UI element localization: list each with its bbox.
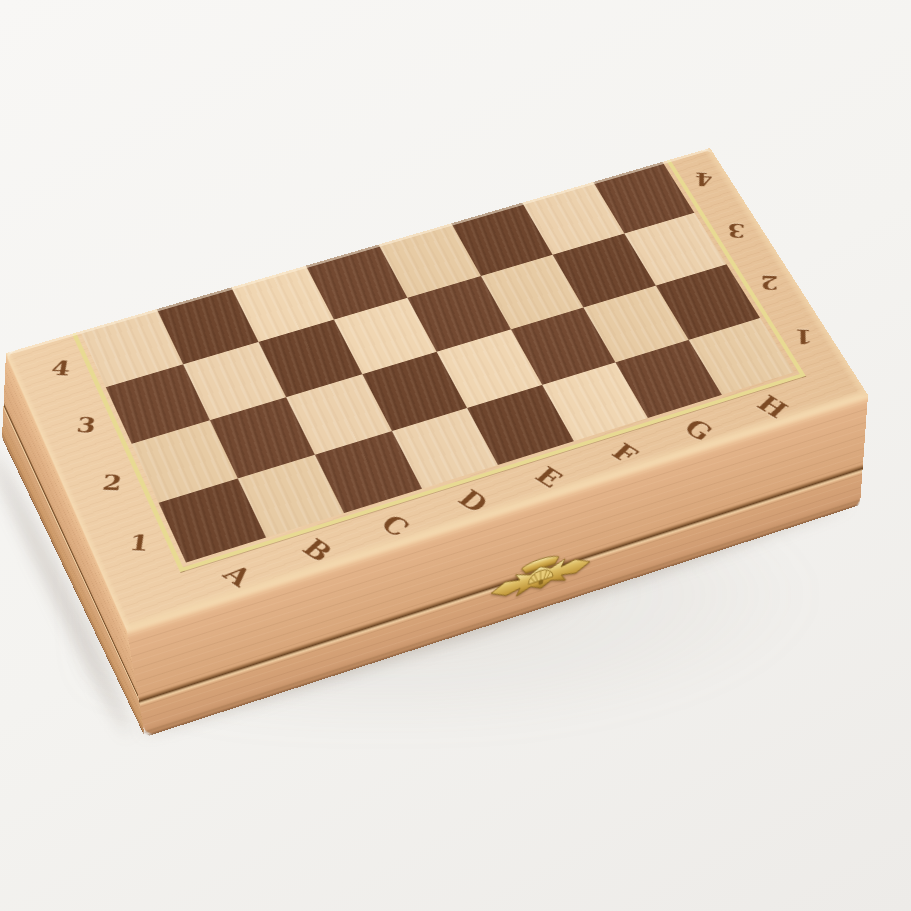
rank-label-right-3: 3 (727, 219, 745, 242)
rank-label-left-1: 1 (127, 529, 150, 556)
rank-label-right-1: 1 (794, 324, 813, 348)
rank-label-left-4: 4 (50, 356, 73, 381)
product-photo-stage: ABCDEFGH44332211 (0, 0, 911, 911)
rank-label-left-2: 2 (101, 470, 124, 496)
rank-label-right-2: 2 (760, 271, 778, 295)
rank-label-left-3: 3 (75, 412, 98, 437)
rank-label-right-4: 4 (695, 168, 713, 190)
